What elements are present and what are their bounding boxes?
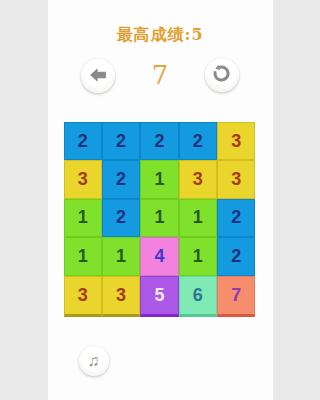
tile-r1c4[interactable]: 2 [179, 122, 217, 160]
tile-r5c3[interactable]: 5 [140, 276, 178, 317]
tile-r4c4[interactable]: 1 [179, 237, 217, 275]
tile-r5c5[interactable]: 7 [217, 276, 255, 317]
tile-r5c2[interactable]: 3 [102, 276, 140, 317]
restart-button[interactable] [205, 58, 239, 92]
tile-r3c2[interactable]: 2 [102, 199, 140, 237]
current-score: 7 [48, 57, 273, 93]
tile-r2c1[interactable]: 3 [64, 160, 102, 198]
tile-r4c2[interactable]: 1 [102, 237, 140, 275]
tile-r3c4[interactable]: 1 [179, 199, 217, 237]
music-button[interactable]: ♫ [79, 346, 109, 376]
tile-r1c1[interactable]: 2 [64, 122, 102, 160]
tile-r2c2[interactable]: 2 [102, 160, 140, 198]
tile-r3c3[interactable]: 1 [140, 199, 178, 237]
music-note-icon: ♫ [88, 352, 100, 370]
tile-r1c5[interactable]: 3 [217, 122, 255, 160]
tile-r3c5[interactable]: 2 [217, 199, 255, 237]
tile-r5c1[interactable]: 3 [64, 276, 102, 317]
board: 2222332133121121141233567 [64, 122, 256, 317]
tile-r4c1[interactable]: 1 [64, 237, 102, 275]
tile-r1c3[interactable]: 2 [140, 122, 178, 160]
tile-r2c5[interactable]: 3 [217, 160, 255, 198]
restart-icon [211, 63, 232, 87]
tile-r4c3[interactable]: 4 [140, 237, 178, 275]
tile-r2c3[interactable]: 1 [140, 160, 178, 198]
tile-r2c4[interactable]: 3 [179, 160, 217, 198]
game-screen: 最高成绩:5 7 2222332133121121141233567 ♫ [48, 0, 273, 400]
tile-r3c1[interactable]: 1 [64, 199, 102, 237]
best-score-label: 最高成绩:5 [48, 25, 273, 46]
tile-r4c5[interactable]: 2 [217, 237, 255, 275]
tile-r5c4[interactable]: 6 [179, 276, 217, 317]
tile-r1c2[interactable]: 2 [102, 122, 140, 160]
